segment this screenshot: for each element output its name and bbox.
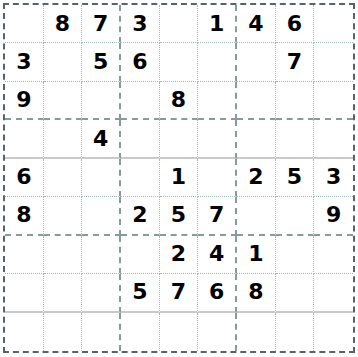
- cell-r1c8: 6: [276, 5, 315, 43]
- cell-r5c5: 1: [160, 159, 199, 197]
- cell-r5c4[interactable]: [121, 159, 160, 197]
- cell-r4c2[interactable]: [44, 120, 83, 158]
- cell-r6c1: 8: [5, 197, 44, 235]
- cell-r7c8[interactable]: [276, 236, 315, 274]
- cell-r2c5[interactable]: [160, 43, 199, 81]
- cell-r9c1[interactable]: [5, 313, 44, 351]
- cell-r4c9[interactable]: [314, 120, 353, 158]
- cell-r9c8[interactable]: [276, 313, 315, 351]
- cell-r9c2[interactable]: [44, 313, 83, 351]
- cell-r6c9: 9: [314, 197, 353, 235]
- cell-r7c9[interactable]: [314, 236, 353, 274]
- cell-r5c8: 5: [276, 159, 315, 197]
- cell-r5c2[interactable]: [44, 159, 83, 197]
- cell-r6c4: 2: [121, 197, 160, 235]
- cell-r7c2[interactable]: [44, 236, 83, 274]
- cell-r8c7: 8: [237, 274, 276, 312]
- cell-r1c2: 8: [44, 5, 83, 43]
- cell-r3c8[interactable]: [276, 82, 315, 120]
- cell-r1c1[interactable]: [5, 5, 44, 43]
- cell-r2c9[interactable]: [314, 43, 353, 81]
- cell-r3c7[interactable]: [237, 82, 276, 120]
- cell-r3c2[interactable]: [44, 82, 83, 120]
- cell-r2c6[interactable]: [198, 43, 237, 81]
- cell-r3c6[interactable]: [198, 82, 237, 120]
- cell-r2c8: 7: [276, 43, 315, 81]
- cell-r2c7[interactable]: [237, 43, 276, 81]
- cell-r3c5: 8: [160, 82, 199, 120]
- cell-r6c3[interactable]: [82, 197, 121, 235]
- cell-r1c9[interactable]: [314, 5, 353, 43]
- cell-r2c4: 6: [121, 43, 160, 81]
- cell-r4c6[interactable]: [198, 120, 237, 158]
- cell-r3c1: 9: [5, 82, 44, 120]
- sudoku-page: 873146356798461253825792415768: [0, 0, 358, 357]
- cell-r2c1: 3: [5, 43, 44, 81]
- cell-r6c8[interactable]: [276, 197, 315, 235]
- cell-r9c7[interactable]: [237, 313, 276, 351]
- cell-r8c9[interactable]: [314, 274, 353, 312]
- cell-r1c5[interactable]: [160, 5, 199, 43]
- cell-r8c5: 7: [160, 274, 199, 312]
- cell-r4c3: 4: [82, 120, 121, 158]
- cell-r8c6: 6: [198, 274, 237, 312]
- cell-r3c4[interactable]: [121, 82, 160, 120]
- cell-r8c3[interactable]: [82, 274, 121, 312]
- cell-r7c7: 1: [237, 236, 276, 274]
- cell-r5c6[interactable]: [198, 159, 237, 197]
- cell-r8c2[interactable]: [44, 274, 83, 312]
- cell-r1c3: 7: [82, 5, 121, 43]
- cell-r5c3[interactable]: [82, 159, 121, 197]
- cell-r5c9: 3: [314, 159, 353, 197]
- cell-r9c4[interactable]: [121, 313, 160, 351]
- cell-r4c5[interactable]: [160, 120, 199, 158]
- cell-r7c5: 2: [160, 236, 199, 274]
- cell-r6c5: 5: [160, 197, 199, 235]
- cell-r2c3: 5: [82, 43, 121, 81]
- cell-r8c1[interactable]: [5, 274, 44, 312]
- cell-r5c7: 2: [237, 159, 276, 197]
- cell-r6c7[interactable]: [237, 197, 276, 235]
- sudoku-board: 873146356798461253825792415768: [3, 3, 355, 353]
- cell-r4c1[interactable]: [5, 120, 44, 158]
- cell-r9c9[interactable]: [314, 313, 353, 351]
- cell-r2c2[interactable]: [44, 43, 83, 81]
- cell-r1c6: 1: [198, 5, 237, 43]
- cell-r7c3[interactable]: [82, 236, 121, 274]
- cell-r7c4[interactable]: [121, 236, 160, 274]
- cell-r9c3[interactable]: [82, 313, 121, 351]
- cell-r9c6[interactable]: [198, 313, 237, 351]
- cell-r9c5[interactable]: [160, 313, 199, 351]
- cell-r7c1[interactable]: [5, 236, 44, 274]
- cell-r1c7: 4: [237, 5, 276, 43]
- cell-r5c1: 6: [5, 159, 44, 197]
- cell-r1c4: 3: [121, 5, 160, 43]
- cell-r4c4[interactable]: [121, 120, 160, 158]
- cell-r4c8[interactable]: [276, 120, 315, 158]
- cell-r8c8[interactable]: [276, 274, 315, 312]
- cell-r7c6: 4: [198, 236, 237, 274]
- cell-r3c9[interactable]: [314, 82, 353, 120]
- cell-r4c7[interactable]: [237, 120, 276, 158]
- cell-r3c3[interactable]: [82, 82, 121, 120]
- cell-r8c4: 5: [121, 274, 160, 312]
- cell-r6c2[interactable]: [44, 197, 83, 235]
- cell-r6c6: 7: [198, 197, 237, 235]
